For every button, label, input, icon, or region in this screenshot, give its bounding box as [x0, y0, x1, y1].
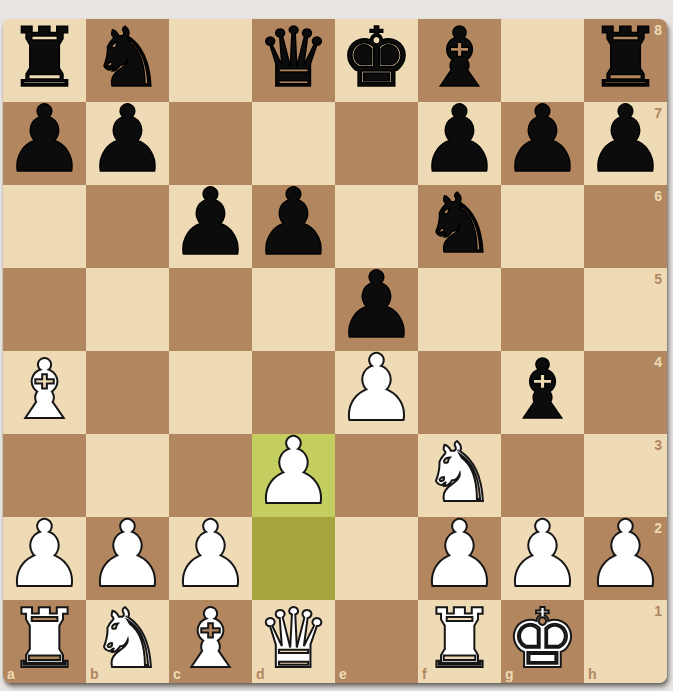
piece-black-knight[interactable]: ♞ [423, 182, 497, 265]
square-g7[interactable]: ♟ [501, 102, 584, 185]
piece-white-bishop[interactable]: ♝ [174, 597, 248, 680]
piece-white-pawn[interactable]: ♟ [169, 513, 251, 596]
square-d8[interactable]: ♛ [252, 19, 335, 102]
square-a4[interactable]: ♝ [3, 351, 86, 434]
square-a5[interactable] [3, 268, 86, 351]
square-c5[interactable] [169, 268, 252, 351]
square-g4[interactable]: ♝ [501, 351, 584, 434]
coordinate-file-h: h [588, 667, 597, 681]
coordinate-file-c: c [173, 667, 181, 681]
coordinate-rank-7: 7 [654, 106, 662, 120]
coordinate-file-f: f [422, 667, 427, 681]
square-e1[interactable]: e [335, 600, 418, 683]
piece-white-pawn[interactable]: ♟ [252, 430, 334, 513]
square-b1[interactable]: ♞b [86, 600, 169, 683]
coordinate-file-d: d [256, 667, 265, 681]
square-e4[interactable]: ♟ [335, 351, 418, 434]
piece-white-rook[interactable]: ♜ [8, 597, 82, 680]
square-d1[interactable]: ♛d [252, 600, 335, 683]
square-h7[interactable]: ♟7 [584, 102, 667, 185]
coordinate-rank-5: 5 [654, 272, 662, 286]
piece-white-pawn[interactable]: ♟ [418, 513, 500, 596]
square-f6[interactable]: ♞ [418, 185, 501, 268]
piece-black-pawn[interactable]: ♟ [418, 98, 500, 181]
page-background: { "game": "chess", "position": { "fen": … [0, 0, 673, 691]
coordinate-rank-2: 2 [654, 521, 662, 535]
piece-white-pawn[interactable]: ♟ [501, 513, 583, 596]
piece-black-queen[interactable]: ♛ [257, 19, 331, 99]
coordinate-rank-3: 3 [654, 438, 662, 452]
piece-white-rook[interactable]: ♜ [423, 597, 497, 680]
piece-black-bishop[interactable]: ♝ [506, 348, 580, 431]
coordinate-rank-1: 1 [654, 604, 662, 618]
square-c6[interactable]: ♟ [169, 185, 252, 268]
piece-black-pawn[interactable]: ♟ [169, 181, 251, 264]
square-c8[interactable] [169, 19, 252, 102]
piece-white-king[interactable]: ♚ [506, 597, 580, 680]
square-d3[interactable]: ♟ [252, 434, 335, 517]
square-f7[interactable]: ♟ [418, 102, 501, 185]
square-h6[interactable]: 6 [584, 185, 667, 268]
square-d6[interactable]: ♟ [252, 185, 335, 268]
square-f4[interactable] [418, 351, 501, 434]
chess-board-grid: ♜♞♛♚♝♜8♟♟♟♟♟7♟♟♞6♟5♝♟♝4♟♞3♟♟♟♟♟♟2♜a♞b♝c♛… [3, 19, 667, 683]
square-a7[interactable]: ♟ [3, 102, 86, 185]
square-g5[interactable] [501, 268, 584, 351]
square-e2[interactable] [335, 517, 418, 600]
square-g2[interactable]: ♟ [501, 517, 584, 600]
piece-white-pawn[interactable]: ♟ [335, 347, 417, 430]
coordinate-file-b: b [90, 667, 99, 681]
coordinate-rank-8: 8 [654, 23, 662, 37]
square-a1[interactable]: ♜a [3, 600, 86, 683]
square-a2[interactable]: ♟ [3, 517, 86, 600]
square-b4[interactable] [86, 351, 169, 434]
piece-black-pawn[interactable]: ♟ [3, 98, 85, 181]
square-h1[interactable]: 1h [584, 600, 667, 683]
coordinate-rank-6: 6 [654, 189, 662, 203]
square-c1[interactable]: ♝c [169, 600, 252, 683]
piece-black-pawn[interactable]: ♟ [501, 98, 583, 181]
piece-black-pawn[interactable]: ♟ [252, 181, 334, 264]
square-g1[interactable]: ♚g [501, 600, 584, 683]
coordinate-file-a: a [7, 667, 15, 681]
square-h2[interactable]: ♟2 [584, 517, 667, 600]
square-b2[interactable]: ♟ [86, 517, 169, 600]
coordinate-file-g: g [505, 667, 514, 681]
square-g6[interactable] [501, 185, 584, 268]
piece-white-knight[interactable]: ♞ [91, 597, 165, 680]
square-e3[interactable] [335, 434, 418, 517]
piece-black-king[interactable]: ♚ [340, 19, 414, 99]
chess-board: ♜♞♛♚♝♜8♟♟♟♟♟7♟♟♞6♟5♝♟♝4♟♞3♟♟♟♟♟♟2♜a♞b♝c♛… [3, 19, 667, 683]
square-h4[interactable]: 4 [584, 351, 667, 434]
coordinate-rank-4: 4 [654, 355, 662, 369]
square-h5[interactable]: 5 [584, 268, 667, 351]
square-e8[interactable]: ♚ [335, 19, 418, 102]
square-c4[interactable] [169, 351, 252, 434]
square-b6[interactable] [86, 185, 169, 268]
square-d5[interactable] [252, 268, 335, 351]
coordinate-file-e: e [339, 667, 347, 681]
piece-white-pawn[interactable]: ♟ [86, 513, 168, 596]
square-b7[interactable]: ♟ [86, 102, 169, 185]
square-f2[interactable]: ♟ [418, 517, 501, 600]
square-f1[interactable]: ♜f [418, 600, 501, 683]
piece-white-bishop[interactable]: ♝ [8, 348, 82, 431]
square-b5[interactable] [86, 268, 169, 351]
piece-white-queen[interactable]: ♛ [257, 597, 331, 680]
piece-black-pawn[interactable]: ♟ [86, 98, 168, 181]
square-d2[interactable] [252, 517, 335, 600]
square-c2[interactable]: ♟ [169, 517, 252, 600]
square-a6[interactable] [3, 185, 86, 268]
square-e7[interactable] [335, 102, 418, 185]
piece-white-pawn[interactable]: ♟ [3, 513, 85, 596]
square-f5[interactable] [418, 268, 501, 351]
